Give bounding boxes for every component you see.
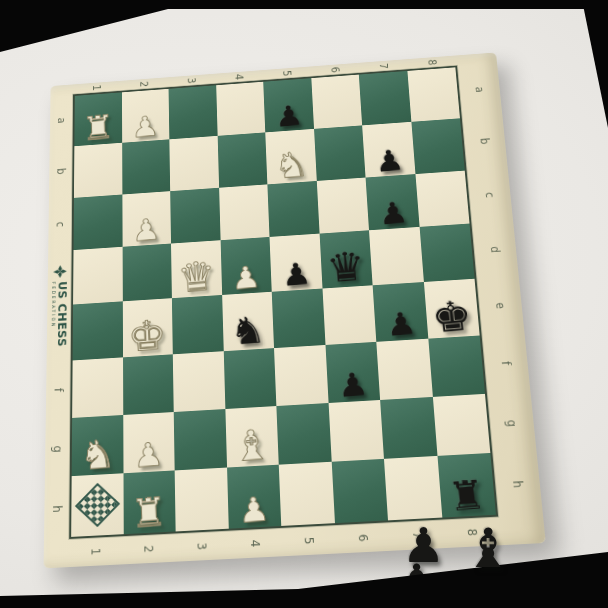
square-g7 bbox=[380, 396, 437, 459]
square-a5: ♟ bbox=[263, 78, 313, 132]
vinyl-chess-mat: ♜♟♟♞♟♟♟♛♟♟♛♚♞♟♚♟♞♟♝♜♟♜ US CHESS FEDERATI… bbox=[44, 52, 546, 568]
white-queen-d3: ♛ bbox=[176, 255, 217, 298]
square-a7 bbox=[359, 71, 411, 125]
square-g2: ♟ bbox=[123, 412, 175, 474]
square-b6 bbox=[314, 125, 366, 180]
square-c8 bbox=[415, 170, 470, 227]
square-b8 bbox=[411, 118, 465, 174]
black-knight-e4: ♞ bbox=[229, 311, 267, 351]
white-rook-h2: ♜ bbox=[131, 492, 169, 534]
us-chess-logo-subtext: FEDERATION bbox=[50, 281, 55, 347]
square-h7 bbox=[384, 456, 442, 520]
white-knight-b5: ♞ bbox=[273, 146, 310, 184]
square-h8: ♜ bbox=[437, 453, 496, 517]
square-d2 bbox=[122, 244, 172, 302]
white-pawn-g2: ♟ bbox=[133, 438, 165, 473]
us-chess-corner-emblem bbox=[75, 483, 120, 527]
square-f3 bbox=[173, 351, 225, 412]
square-d7 bbox=[369, 227, 423, 285]
square-g4: ♝ bbox=[225, 406, 279, 468]
black-queen-d6: ♛ bbox=[325, 245, 368, 288]
black-rook-h8: ♜ bbox=[446, 475, 488, 518]
square-b4 bbox=[217, 132, 267, 187]
square-c3 bbox=[170, 187, 220, 243]
square-e2: ♚ bbox=[122, 298, 172, 357]
white-knight-g1: ♞ bbox=[79, 434, 116, 476]
square-e4: ♞ bbox=[222, 292, 274, 351]
square-a8 bbox=[407, 67, 460, 121]
black-pawn-a5: ♟ bbox=[274, 101, 305, 132]
square-a1: ♜ bbox=[74, 92, 121, 146]
square-f8 bbox=[428, 335, 485, 396]
black-pawn-e7: ♟ bbox=[384, 308, 417, 342]
captured-black-pawn-0: ♟ bbox=[402, 521, 445, 569]
square-d6: ♛ bbox=[319, 230, 372, 288]
square-d1 bbox=[73, 247, 122, 304]
square-e1 bbox=[73, 301, 123, 360]
square-b1 bbox=[74, 143, 122, 198]
square-d3: ♛ bbox=[171, 240, 222, 298]
square-h6 bbox=[331, 459, 388, 523]
square-c7: ♟ bbox=[366, 174, 420, 231]
square-h2: ♜ bbox=[123, 471, 176, 535]
black-king-e8: ♚ bbox=[430, 294, 475, 339]
square-e5 bbox=[272, 289, 325, 348]
white-king-e2: ♚ bbox=[127, 313, 167, 357]
square-b7: ♟ bbox=[362, 122, 415, 177]
black-pawn-d5: ♟ bbox=[280, 259, 312, 292]
white-pawn-h4: ♟ bbox=[238, 492, 271, 528]
square-e8: ♚ bbox=[423, 279, 479, 339]
square-g5 bbox=[276, 403, 331, 465]
white-pawn-a2: ♟ bbox=[131, 112, 160, 143]
square-f4 bbox=[223, 348, 276, 409]
square-e7: ♟ bbox=[373, 282, 428, 342]
scene: ♜♟♟♞♟♟♟♛♟♟♛♚♞♟♚♟♞♟♝♜♟♜ US CHESS FEDERATI… bbox=[0, 0, 608, 608]
square-c4 bbox=[219, 184, 270, 240]
black-pawn-c7: ♟ bbox=[377, 198, 409, 230]
square-f2 bbox=[123, 354, 174, 414]
square-h4: ♟ bbox=[227, 465, 282, 529]
us-chess-logo-text: US CHESS bbox=[56, 280, 69, 346]
square-c5 bbox=[267, 181, 319, 238]
square-g8 bbox=[432, 393, 490, 456]
white-pawn-d4: ♟ bbox=[231, 262, 262, 295]
square-e3 bbox=[172, 295, 223, 354]
square-a4 bbox=[216, 82, 265, 136]
square-c2: ♟ bbox=[122, 191, 171, 247]
square-b2 bbox=[122, 139, 170, 194]
us-chess-logo: US CHESS FEDERATION bbox=[50, 264, 68, 347]
us-chess-logo-texts: US CHESS FEDERATION bbox=[50, 280, 68, 347]
square-a6 bbox=[311, 75, 362, 129]
square-f1 bbox=[72, 357, 123, 417]
us-chess-logo-mark bbox=[53, 264, 67, 278]
square-g6 bbox=[328, 400, 384, 462]
square-d5: ♟ bbox=[270, 234, 323, 292]
square-h3 bbox=[175, 468, 229, 532]
square-d4: ♟ bbox=[220, 237, 272, 295]
square-f7 bbox=[376, 338, 432, 399]
square-f6: ♟ bbox=[325, 342, 380, 403]
square-c6 bbox=[316, 177, 369, 234]
square-h1 bbox=[71, 474, 123, 537]
black-pawn-b7: ♟ bbox=[373, 145, 405, 177]
captured-black-bishop-1: ♝ bbox=[464, 522, 512, 576]
square-h5 bbox=[279, 462, 335, 526]
chess-board: ♜♟♟♞♟♟♟♛♟♟♛♚♞♟♚♟♞♟♝♜♟♜ bbox=[69, 66, 498, 539]
square-f5 bbox=[274, 345, 328, 406]
square-d8 bbox=[419, 224, 474, 282]
black-pawn-f6: ♟ bbox=[336, 368, 369, 403]
white-rook-a1: ♜ bbox=[81, 110, 115, 146]
square-g3 bbox=[174, 409, 227, 471]
square-g1: ♞ bbox=[72, 415, 123, 477]
square-c1 bbox=[74, 194, 123, 250]
square-a3 bbox=[169, 85, 218, 139]
square-a2: ♟ bbox=[122, 89, 170, 143]
white-pawn-c2: ♟ bbox=[131, 215, 161, 247]
mat-grid: ♜♟♟♞♟♟♟♛♟♟♛♚♞♟♚♟♞♟♝♜♟♜ US CHESS FEDERATI… bbox=[44, 52, 546, 568]
square-e6 bbox=[322, 285, 376, 344]
square-b5: ♞ bbox=[265, 129, 316, 184]
chess-photo: { "game": "chess", "scene": { "descripti… bbox=[0, 0, 608, 608]
white-bishop-g4: ♝ bbox=[231, 424, 272, 468]
square-b3 bbox=[169, 136, 218, 191]
